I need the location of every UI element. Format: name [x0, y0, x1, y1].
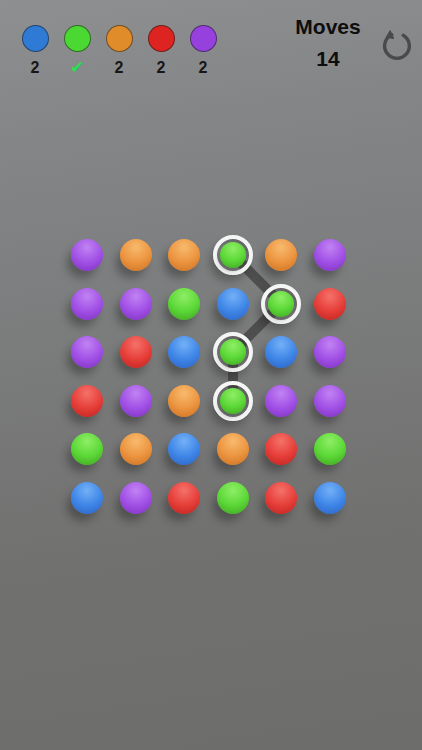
blue-dot[interactable] [71, 482, 103, 514]
board-cell-r5c4 [208, 425, 257, 474]
board-cell-r3c6 [305, 328, 354, 377]
board-cell-r1c3 [160, 231, 209, 280]
orange-dot[interactable] [168, 385, 200, 417]
red-dot[interactable] [265, 482, 297, 514]
board-cell-r6c1 [63, 473, 112, 522]
board-cell-r2c4 [208, 279, 257, 328]
green-dot-selected[interactable] [220, 242, 246, 268]
green-dot[interactable] [314, 433, 346, 465]
target-purple: 2 [189, 25, 217, 77]
board-cell-r5c5 [257, 425, 306, 474]
blue-dot[interactable] [168, 433, 200, 465]
red-dot[interactable] [168, 482, 200, 514]
red-target-chip [148, 25, 175, 52]
board-cell-r3c4 [208, 328, 257, 377]
board-cell-r5c3 [160, 425, 209, 474]
orange-dot[interactable] [265, 239, 297, 271]
green-dot-selected[interactable] [220, 339, 246, 365]
moves-counter: Moves 14 [287, 15, 369, 71]
purple-dot[interactable] [71, 288, 103, 320]
target-green: ✔ [63, 25, 91, 77]
board-cell-r2c3 [160, 279, 209, 328]
target-red: 2 [147, 25, 175, 77]
green-dot-selected[interactable] [220, 388, 246, 414]
board-cell-r2c1 [63, 279, 112, 328]
purple-dot[interactable] [71, 239, 103, 271]
board-cell-r1c1 [63, 231, 112, 280]
board-cell-r1c2 [111, 231, 160, 280]
board-cell-r3c5 [257, 328, 306, 377]
board-cell-r4c5 [257, 376, 306, 425]
game-screen: 2✔222 Moves 14 [0, 0, 422, 750]
green-target-chip [64, 25, 91, 52]
board-cell-r4c6 [305, 376, 354, 425]
board-cell-r1c6 [305, 231, 354, 280]
red-dot[interactable] [265, 433, 297, 465]
purple-dot[interactable] [120, 482, 152, 514]
board-cell-r1c4 [208, 231, 257, 280]
purple-dot[interactable] [314, 336, 346, 368]
board-cell-r6c3 [160, 473, 209, 522]
target-remaining-count: 2 [157, 59, 166, 77]
board-cell-r5c1 [63, 425, 112, 474]
target-complete-check-icon: ✔ [70, 59, 84, 77]
red-dot[interactable] [71, 385, 103, 417]
game-board [63, 231, 354, 522]
board-cell-r6c6 [305, 473, 354, 522]
board-cell-r6c4 [208, 473, 257, 522]
target-remaining-count: 2 [31, 59, 40, 77]
board-cell-r4c4 [208, 376, 257, 425]
moves-label: Moves [287, 15, 369, 39]
orange-dot[interactable] [217, 433, 249, 465]
orange-dot[interactable] [120, 433, 152, 465]
target-remaining-count: 2 [199, 59, 208, 77]
orange-dot[interactable] [120, 239, 152, 271]
orange-dot[interactable] [168, 239, 200, 271]
moves-value: 14 [287, 47, 369, 71]
red-dot[interactable] [120, 336, 152, 368]
board-cell-r1c5 [257, 231, 306, 280]
purple-target-chip [190, 25, 217, 52]
target-remaining-count: 2 [115, 59, 124, 77]
purple-dot[interactable] [265, 385, 297, 417]
undo-button[interactable] [378, 27, 416, 65]
red-dot[interactable] [314, 288, 346, 320]
color-targets-bar: 2✔222 [21, 25, 217, 77]
board-cell-r2c6 [305, 279, 354, 328]
purple-dot[interactable] [120, 288, 152, 320]
undo-rotate-icon [378, 53, 416, 68]
green-dot[interactable] [71, 433, 103, 465]
purple-dot[interactable] [314, 385, 346, 417]
orange-target-chip [106, 25, 133, 52]
purple-dot[interactable] [71, 336, 103, 368]
board-cell-r2c2 [111, 279, 160, 328]
board-cell-r3c3 [160, 328, 209, 377]
target-blue: 2 [21, 25, 49, 77]
blue-dot[interactable] [265, 336, 297, 368]
board-cell-r4c2 [111, 376, 160, 425]
blue-dot[interactable] [314, 482, 346, 514]
board-cell-r2c5 [257, 279, 306, 328]
board-cell-r5c6 [305, 425, 354, 474]
green-dot[interactable] [168, 288, 200, 320]
purple-dot[interactable] [120, 385, 152, 417]
board-cell-r3c1 [63, 328, 112, 377]
blue-dot[interactable] [217, 288, 249, 320]
green-dot[interactable] [217, 482, 249, 514]
board-cell-r5c2 [111, 425, 160, 474]
board-cell-r6c5 [257, 473, 306, 522]
board-cell-r4c1 [63, 376, 112, 425]
green-dot-selected[interactable] [268, 291, 294, 317]
board-cell-r6c2 [111, 473, 160, 522]
blue-target-chip [22, 25, 49, 52]
board-cell-r3c2 [111, 328, 160, 377]
purple-dot[interactable] [314, 239, 346, 271]
blue-dot[interactable] [168, 336, 200, 368]
target-orange: 2 [105, 25, 133, 77]
board-cell-r4c3 [160, 376, 209, 425]
